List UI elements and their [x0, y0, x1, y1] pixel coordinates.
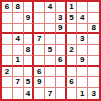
sudoku-cell[interactable] [2, 13, 13, 24]
sudoku-cell[interactable] [77, 45, 88, 56]
sudoku-cell[interactable]: 4 [77, 13, 88, 24]
given-digit: 7 [48, 90, 52, 98]
given-digit: 9 [80, 56, 84, 64]
sudoku-cell[interactable]: 7 [13, 77, 24, 88]
sudoku-cell[interactable]: 3 [77, 34, 88, 45]
sudoku-cell[interactable]: 4 [45, 2, 56, 13]
sudoku-cell[interactable] [77, 24, 88, 35]
sudoku-cell[interactable] [67, 24, 78, 35]
sudoku-cell[interactable] [24, 24, 35, 35]
sudoku-cell[interactable] [2, 45, 13, 56]
sudoku-cell[interactable] [45, 67, 56, 78]
sudoku-cell[interactable] [34, 13, 45, 24]
sudoku-cell[interactable]: 5 [45, 45, 56, 56]
given-digit: 2 [5, 68, 9, 76]
given-digit: 6 [58, 56, 62, 64]
given-digit: 5 [26, 78, 30, 86]
sudoku-cell[interactable] [88, 45, 99, 56]
given-digit: 9 [37, 78, 41, 86]
sudoku-cell[interactable]: 5 [24, 77, 35, 88]
sudoku-cell[interactable]: 5 [67, 13, 78, 24]
sudoku-cell[interactable]: 7 [45, 88, 56, 99]
sudoku-cell[interactable] [67, 67, 78, 78]
given-digit: 6 [37, 68, 41, 76]
sudoku-cell[interactable] [34, 45, 45, 56]
sudoku-cell[interactable] [34, 2, 45, 13]
sudoku-cell[interactable] [56, 2, 67, 13]
given-digit: 9 [58, 24, 62, 32]
given-digit: 6 [69, 78, 73, 86]
sudoku-cell[interactable] [34, 56, 45, 67]
sudoku-cell[interactable]: 1 [13, 56, 24, 67]
sudoku-cell[interactable]: 6 [34, 67, 45, 78]
sudoku-cell[interactable] [34, 88, 45, 99]
sudoku-cell[interactable]: 2 [67, 45, 78, 56]
sudoku-cell[interactable] [2, 88, 13, 99]
sudoku-cell[interactable]: 7 [34, 34, 45, 45]
sudoku-cell[interactable] [88, 34, 99, 45]
given-digit: 7 [37, 35, 41, 43]
sudoku-cell[interactable]: 9 [56, 24, 67, 35]
given-digit: 4 [80, 14, 84, 22]
sudoku-cell[interactable]: 1 [77, 88, 88, 99]
sudoku-cell[interactable] [2, 34, 13, 45]
given-digit: 4 [26, 90, 30, 98]
sudoku-cell[interactable] [77, 77, 88, 88]
given-digit: 5 [48, 46, 52, 54]
sudoku-cell[interactable] [88, 2, 99, 13]
sudoku-cell[interactable]: 2 [2, 67, 13, 78]
sudoku-cell[interactable]: 9 [34, 77, 45, 88]
sudoku-cell[interactable]: 4 [13, 34, 24, 45]
sudoku-cell[interactable] [45, 24, 56, 35]
sudoku-cell[interactable]: 6 [67, 77, 78, 88]
given-digit: 8 [15, 3, 19, 11]
sudoku-cell[interactable] [13, 67, 24, 78]
sudoku-cell[interactable] [24, 2, 35, 13]
sudoku-cell[interactable] [13, 45, 24, 56]
sudoku-cell[interactable] [2, 24, 13, 35]
sudoku-cell[interactable] [45, 56, 56, 67]
sudoku-cell[interactable] [88, 77, 99, 88]
given-digit: 3 [80, 35, 84, 43]
sudoku-cell[interactable]: 8 [24, 45, 35, 56]
given-digit: 1 [80, 90, 84, 98]
sudoku-cell[interactable] [56, 34, 67, 45]
sudoku-cell[interactable] [45, 77, 56, 88]
given-digit: 2 [69, 46, 73, 54]
sudoku-cell[interactable]: 3 [56, 13, 67, 24]
sudoku-cell[interactable] [24, 34, 35, 45]
sudoku-cell[interactable] [77, 2, 88, 13]
given-digit: 7 [15, 78, 19, 86]
sudoku-cell[interactable] [88, 56, 99, 67]
given-digit: 1 [15, 56, 19, 64]
given-digit: 4 [15, 35, 19, 43]
sudoku-cell[interactable] [13, 88, 24, 99]
sudoku-cell[interactable] [13, 13, 24, 24]
given-digit: 8 [91, 24, 95, 32]
sudoku-cell[interactable] [2, 56, 13, 67]
given-digit: 5 [69, 14, 73, 22]
sudoku-cell[interactable] [67, 34, 78, 45]
sudoku-cell[interactable]: 1 [67, 2, 78, 13]
sudoku-cell[interactable] [67, 88, 78, 99]
sudoku-cell[interactable] [24, 67, 35, 78]
given-digit: 1 [69, 3, 73, 11]
sudoku-cell[interactable]: 6 [56, 56, 67, 67]
sudoku-cell[interactable] [13, 24, 24, 35]
given-digit: 3 [58, 14, 62, 22]
sudoku-cell[interactable]: 9 [24, 13, 35, 24]
sudoku-cell[interactable] [45, 13, 56, 24]
sudoku-cell[interactable]: 9 [77, 56, 88, 67]
sudoku-cell[interactable] [77, 67, 88, 78]
sudoku-cell[interactable] [56, 88, 67, 99]
sudoku-cell[interactable] [56, 45, 67, 56]
sudoku-cell[interactable] [56, 67, 67, 78]
sudoku-cell[interactable]: 8 [13, 2, 24, 13]
given-digit: 8 [26, 46, 30, 54]
given-digit: 4 [48, 3, 52, 11]
sudoku-cell[interactable]: 3 [88, 88, 99, 99]
sudoku-cell[interactable] [34, 24, 45, 35]
given-digit: 9 [26, 14, 30, 22]
sudoku-cell[interactable] [56, 77, 67, 88]
sudoku-cell[interactable]: 6 [2, 2, 13, 13]
sudoku-cell[interactable] [88, 13, 99, 24]
sudoku-grid: 68419354984738521692675964713 [0, 0, 101, 101]
sudoku-cell[interactable] [45, 34, 56, 45]
sudoku-cell[interactable] [88, 67, 99, 78]
given-digit: 6 [5, 3, 9, 11]
given-digit: 3 [91, 90, 95, 98]
sudoku-cell[interactable] [24, 56, 35, 67]
sudoku-cell[interactable]: 8 [88, 24, 99, 35]
sudoku-cell[interactable] [2, 77, 13, 88]
sudoku-cell[interactable] [67, 56, 78, 67]
sudoku-cell[interactable]: 4 [24, 88, 35, 99]
